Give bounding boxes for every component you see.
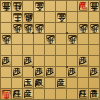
square-1f[interactable]: [89, 56, 100, 67]
square-1c[interactable]: 歩: [89, 23, 100, 34]
square-2i[interactable]: 桂: [78, 89, 89, 100]
square-3i[interactable]: [67, 89, 78, 100]
square-6i[interactable]: [34, 89, 45, 100]
square-5c[interactable]: [45, 23, 56, 34]
square-5h[interactable]: [45, 78, 56, 89]
square-4e[interactable]: [56, 45, 67, 56]
square-6g[interactable]: 歩: [34, 67, 45, 78]
gote-pawn-piece[interactable]: 歩: [79, 24, 88, 33]
square-7b[interactable]: 銀: [23, 12, 34, 23]
square-4g[interactable]: [56, 67, 67, 78]
gote-silver-piece[interactable]: 銀: [24, 13, 33, 22]
gote-lance-piece[interactable]: 香: [90, 2, 99, 11]
square-5e[interactable]: [45, 45, 56, 56]
square-2b[interactable]: [78, 12, 89, 23]
square-7g[interactable]: [23, 67, 34, 78]
square-3g[interactable]: 歩: [67, 67, 78, 78]
sente-pawn-piece[interactable]: 歩: [24, 57, 33, 66]
square-9b[interactable]: [1, 12, 12, 23]
square-2d[interactable]: [78, 34, 89, 45]
square-5a[interactable]: [45, 1, 56, 12]
square-9c[interactable]: [1, 23, 12, 34]
square-1b[interactable]: [89, 12, 100, 23]
square-9a[interactable]: 香: [1, 1, 12, 12]
square-8h[interactable]: [12, 78, 23, 89]
square-6c[interactable]: 歩: [34, 23, 45, 34]
square-2h[interactable]: [78, 78, 89, 89]
square-1e[interactable]: [89, 45, 100, 56]
square-5b[interactable]: [45, 12, 56, 23]
gote-knight-piece[interactable]: 桂: [13, 2, 22, 11]
square-6f[interactable]: [34, 56, 45, 67]
square-8c[interactable]: 歩: [12, 23, 23, 34]
square-8g[interactable]: 歩: [12, 67, 23, 78]
square-9f[interactable]: 歩: [1, 56, 12, 67]
star-point: [66, 66, 68, 68]
gote-pawn-piece[interactable]: 歩: [2, 35, 11, 44]
square-5f[interactable]: [45, 56, 56, 67]
gote-pawn-piece[interactable]: 歩: [46, 35, 55, 44]
square-7i[interactable]: 金: [23, 89, 34, 100]
square-7a[interactable]: [23, 1, 34, 12]
square-9e[interactable]: [1, 45, 12, 56]
sente-knight-piece[interactable]: 桂: [79, 90, 88, 99]
square-4i[interactable]: [56, 89, 67, 100]
square-4a[interactable]: [56, 1, 67, 12]
square-3f[interactable]: [67, 56, 78, 67]
square-4h[interactable]: 金: [56, 78, 67, 89]
square-6d[interactable]: [34, 34, 45, 45]
square-8e[interactable]: [12, 45, 23, 56]
sente-gold-piece[interactable]: 金: [24, 90, 33, 99]
square-2a[interactable]: 竜: [78, 1, 89, 12]
sente-pawn-piece[interactable]: 歩: [13, 68, 22, 77]
square-2e[interactable]: [78, 45, 89, 56]
star-point: [66, 32, 68, 34]
square-9i[interactable]: 馬: [1, 89, 12, 100]
square-2f[interactable]: 歩: [78, 56, 89, 67]
square-4d[interactable]: [56, 34, 67, 45]
sente-pawn-piece[interactable]: 歩: [79, 57, 88, 66]
square-3b[interactable]: [67, 12, 78, 23]
sente-pawn-piece[interactable]: 歩: [46, 68, 55, 77]
square-8i[interactable]: 桂: [12, 89, 23, 100]
sente-pawn-piece[interactable]: 歩: [35, 68, 44, 77]
gote-pawn-piece[interactable]: 歩: [35, 24, 44, 33]
star-point: [32, 66, 34, 68]
square-9d[interactable]: 歩: [1, 34, 12, 45]
square-3d[interactable]: 歩: [67, 34, 78, 45]
sente-promoted-rook-piece[interactable]: 竜: [79, 2, 88, 11]
shogi-board: 香桂金竜香王銀金歩歩歩歩歩歩歩歩歩歩歩歩歩歩歩歩玉銀金馬桂金桂香: [0, 0, 100, 100]
star-point: [32, 32, 34, 34]
gote-lance-piece[interactable]: 香: [2, 2, 11, 11]
gote-pawn-piece[interactable]: 歩: [90, 24, 99, 33]
gote-gold-piece[interactable]: 金: [57, 13, 66, 22]
square-6b[interactable]: [34, 12, 45, 23]
gote-king-piece[interactable]: 王: [13, 13, 22, 22]
sente-lance-piece[interactable]: 香: [90, 90, 99, 99]
square-1a[interactable]: 香: [89, 1, 100, 12]
square-1g[interactable]: 歩: [89, 67, 100, 78]
sente-gold-piece[interactable]: 金: [57, 79, 66, 88]
square-6a[interactable]: 金: [34, 1, 45, 12]
sente-pawn-piece[interactable]: 歩: [68, 68, 77, 77]
square-3c[interactable]: [67, 23, 78, 34]
square-6e[interactable]: [34, 45, 45, 56]
sente-knight-piece[interactable]: 桂: [13, 90, 22, 99]
gote-promoted-bishop-piece[interactable]: 馬: [2, 90, 11, 99]
square-5i[interactable]: [45, 89, 56, 100]
square-9h[interactable]: [1, 78, 12, 89]
gote-gold-piece[interactable]: 金: [35, 2, 44, 11]
gote-pawn-piece[interactable]: 歩: [13, 24, 22, 33]
sente-pawn-piece[interactable]: 歩: [90, 68, 99, 77]
square-1i[interactable]: 香: [89, 89, 100, 100]
square-7h[interactable]: 玉: [23, 78, 34, 89]
square-6h[interactable]: 銀: [34, 78, 45, 89]
square-4b[interactable]: 金: [56, 12, 67, 23]
sente-silver-piece[interactable]: 銀: [35, 79, 44, 88]
gote-pawn-piece[interactable]: 歩: [68, 35, 77, 44]
square-2c[interactable]: 歩: [78, 23, 89, 34]
square-5d[interactable]: 歩: [45, 34, 56, 45]
square-8d[interactable]: [12, 34, 23, 45]
square-3a[interactable]: [67, 1, 78, 12]
sente-pawn-piece[interactable]: 歩: [2, 57, 11, 66]
square-3e[interactable]: [67, 45, 78, 56]
square-1h[interactable]: [89, 78, 100, 89]
square-5g[interactable]: 歩: [45, 67, 56, 78]
gote-pawn-piece[interactable]: 歩: [24, 24, 33, 33]
shogi-app-screen: 香桂金竜香王銀金歩歩歩歩歩歩歩歩歩歩歩歩歩歩歩歩玉銀金馬桂金桂香: [0, 0, 100, 100]
square-7e[interactable]: [23, 45, 34, 56]
sente-king-piece[interactable]: 玉: [24, 79, 33, 88]
square-8b[interactable]: 王: [12, 12, 23, 23]
square-8a[interactable]: 桂: [12, 1, 23, 12]
square-2g[interactable]: [78, 67, 89, 78]
square-8f[interactable]: [12, 56, 23, 67]
square-9g[interactable]: [1, 67, 12, 78]
square-1d[interactable]: [89, 34, 100, 45]
square-3h[interactable]: [67, 78, 78, 89]
square-7d[interactable]: [23, 34, 34, 45]
